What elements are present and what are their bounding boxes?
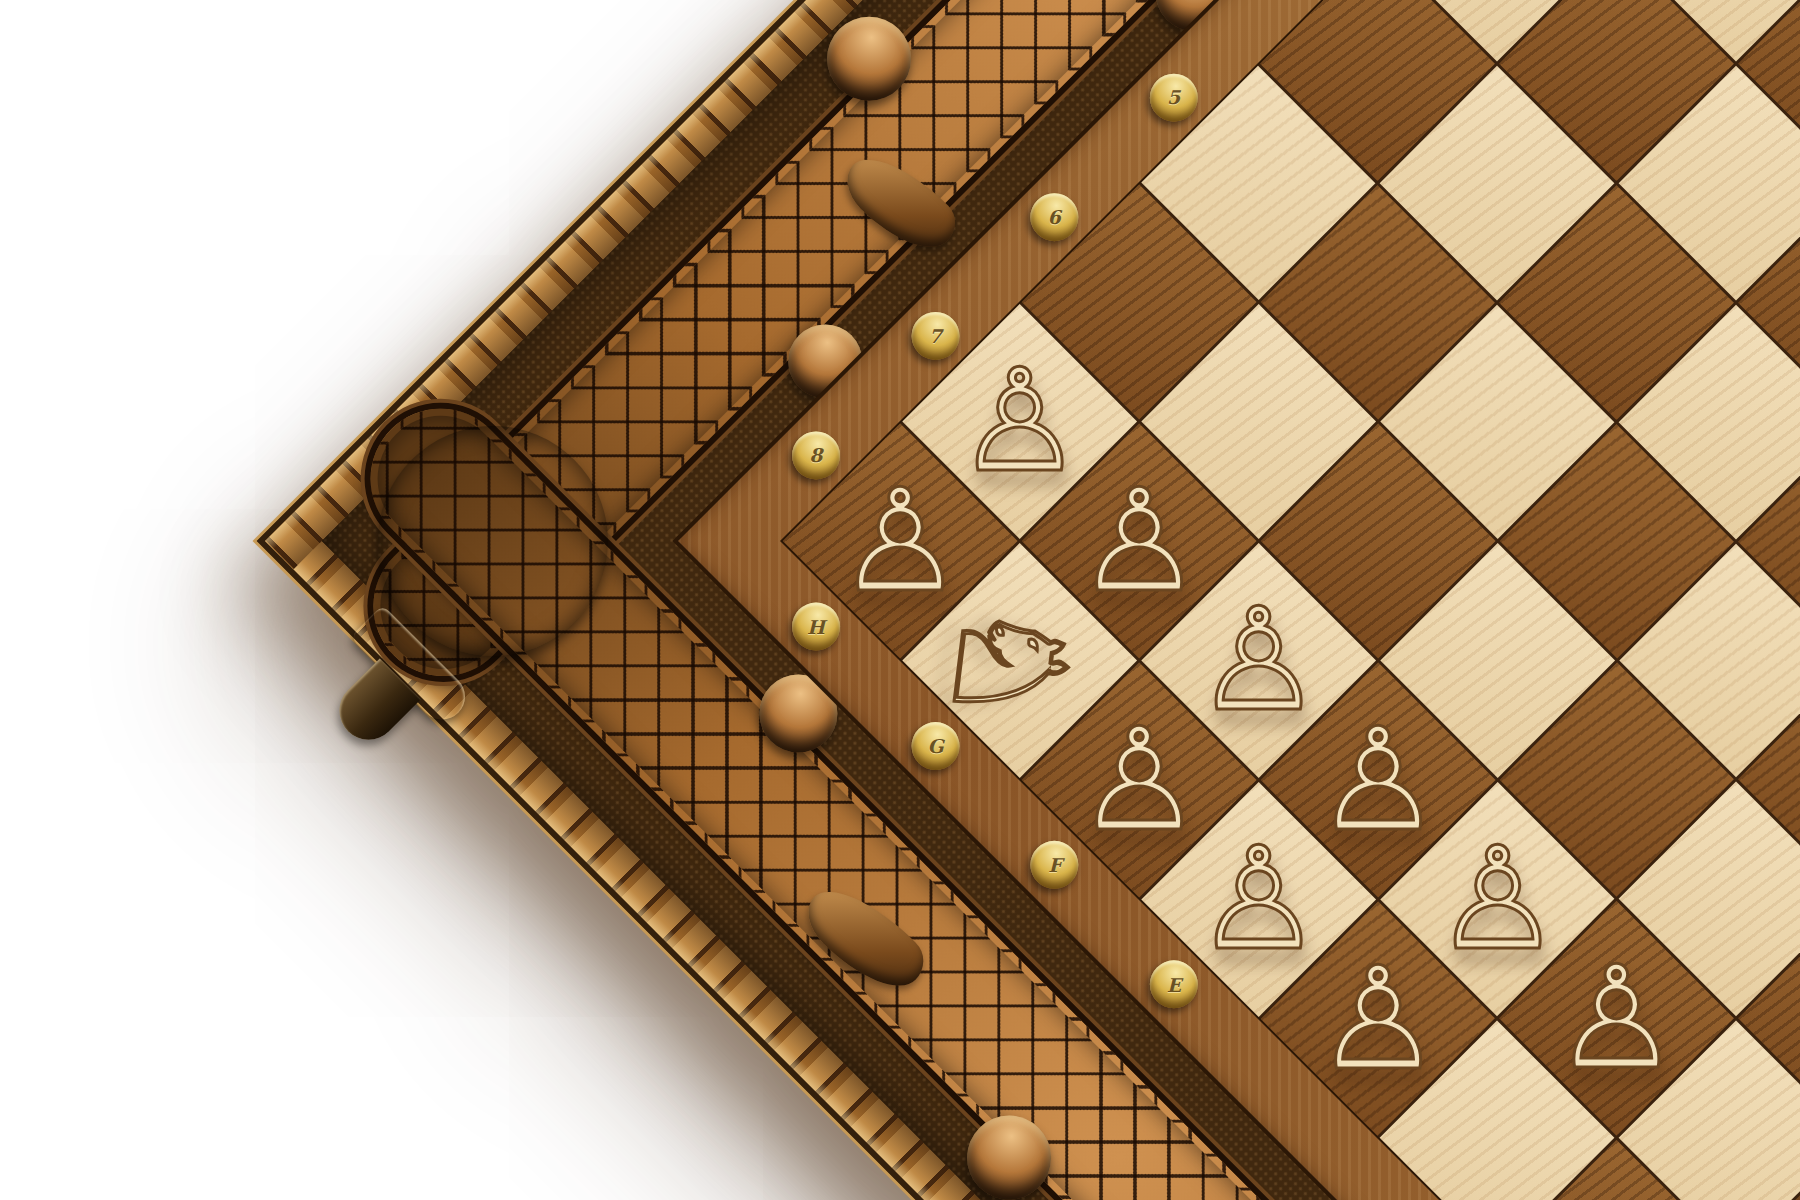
stud-label: 7 bbox=[929, 325, 942, 347]
stud-label: G bbox=[927, 735, 943, 757]
chess-box: ♙♙♙♙♙♙♙♘♙♙♙ 8765HGFE bbox=[257, 0, 1800, 1200]
stud-label: 5 bbox=[1167, 87, 1180, 109]
photo-canvas: ♙♙♙♙♙♙♙♘♙♙♙ 8765HGFE bbox=[0, 0, 1800, 1200]
stud-label: 8 bbox=[810, 444, 823, 466]
stud-label: H bbox=[807, 616, 825, 638]
stud-label: F bbox=[1048, 854, 1062, 876]
white-pawn-d8[interactable]: ♙ bbox=[1295, 936, 1461, 1102]
stud-label: 6 bbox=[1048, 206, 1061, 228]
white-pawn-c7[interactable]: ♙ bbox=[1534, 936, 1700, 1102]
stud-label: E bbox=[1166, 973, 1180, 995]
